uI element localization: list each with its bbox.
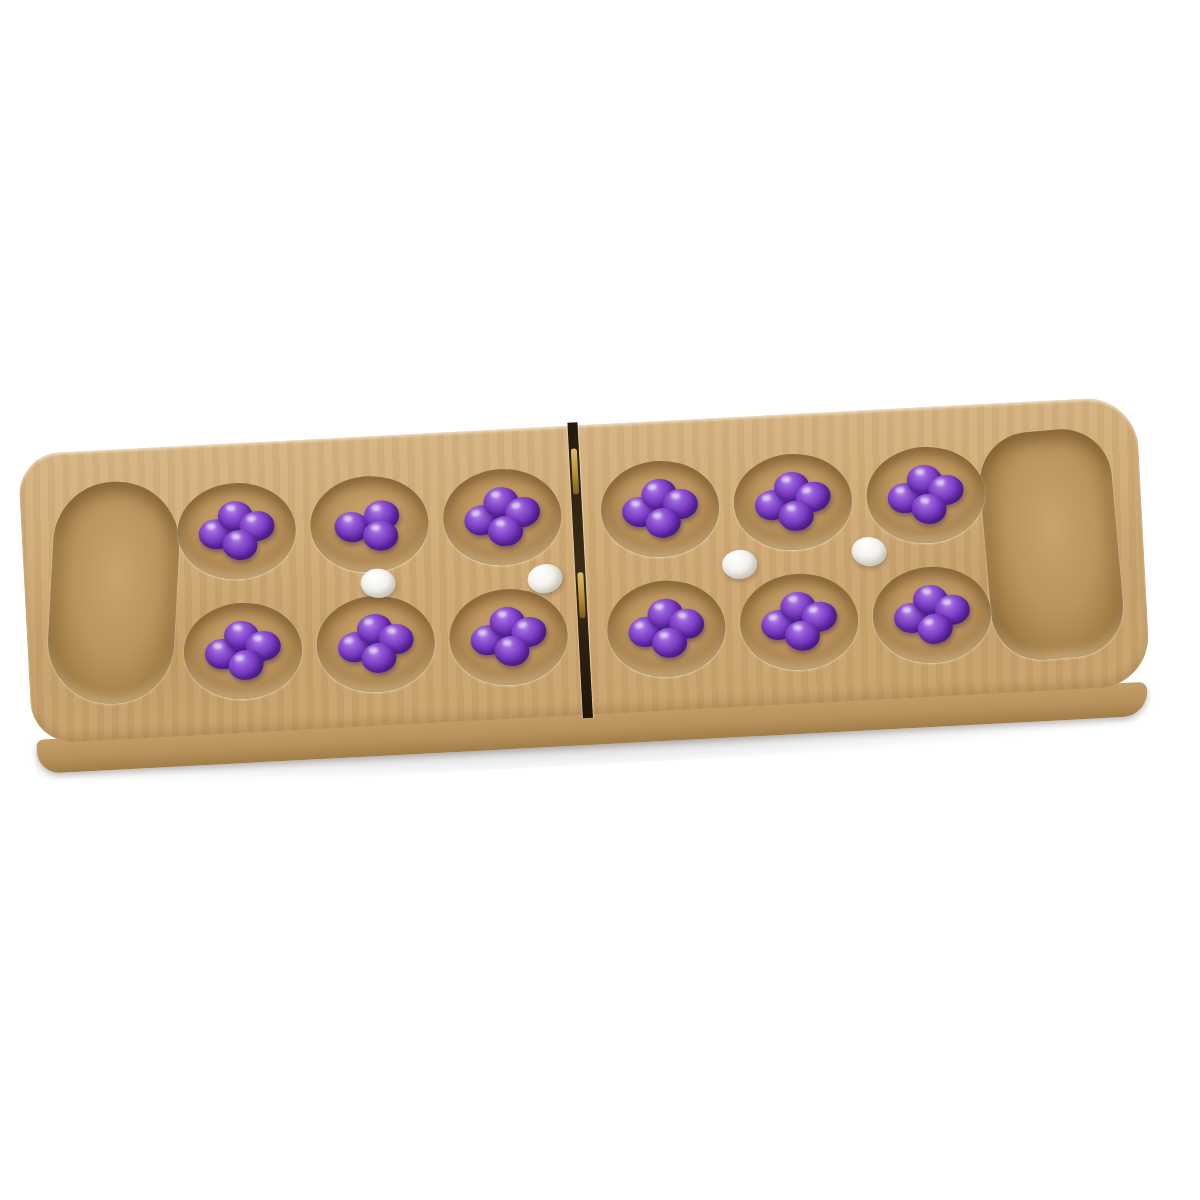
white-stone [721,549,757,580]
mancala-board [17,396,1152,776]
store-left[interactable] [45,479,182,707]
white-stone [850,535,888,568]
store-right[interactable] [976,425,1127,664]
white-stone [360,568,397,599]
board-playing-surface [17,396,1151,744]
hinge-pin-bottom [577,572,585,618]
purple-stone [363,521,398,551]
hinge [567,422,592,718]
hinge-pin-top [571,448,579,494]
white-stone [525,561,565,597]
